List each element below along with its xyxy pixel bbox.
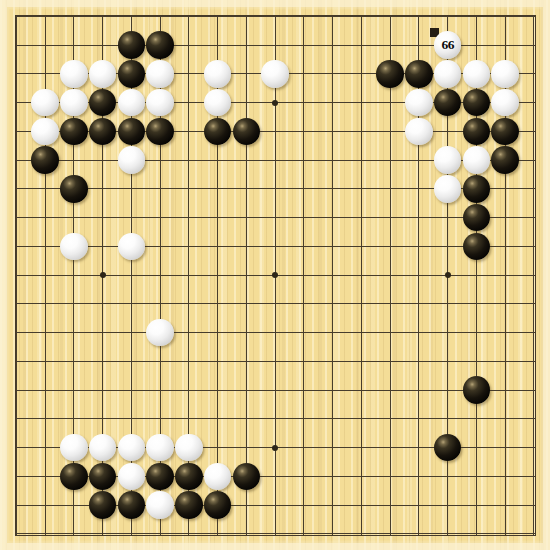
intersection[interactable] [347, 290, 376, 319]
intersection[interactable] [175, 491, 204, 520]
intersection[interactable] [60, 405, 89, 434]
intersection[interactable] [146, 433, 175, 462]
intersection[interactable] [31, 433, 60, 462]
intersection[interactable] [376, 347, 405, 376]
intersection[interactable] [347, 318, 376, 347]
intersection[interactable] [491, 520, 520, 549]
intersection[interactable] [433, 175, 462, 204]
intersection[interactable] [117, 232, 146, 261]
intersection[interactable] [175, 462, 204, 491]
intersection[interactable] [261, 290, 290, 319]
intersection[interactable] [520, 318, 549, 347]
intersection[interactable] [261, 175, 290, 204]
intersection[interactable] [491, 146, 520, 175]
intersection[interactable] [2, 203, 31, 232]
intersection[interactable] [203, 347, 232, 376]
intersection[interactable] [117, 146, 146, 175]
intersection[interactable] [405, 347, 434, 376]
intersection[interactable] [60, 462, 89, 491]
intersection[interactable] [261, 376, 290, 405]
intersection[interactable] [60, 31, 89, 60]
intersection[interactable] [88, 203, 117, 232]
intersection[interactable] [88, 261, 117, 290]
intersection[interactable] [520, 117, 549, 146]
intersection[interactable] [117, 261, 146, 290]
intersection[interactable] [88, 405, 117, 434]
intersection[interactable] [2, 232, 31, 261]
intersection[interactable] [290, 318, 319, 347]
intersection[interactable] [405, 2, 434, 31]
intersection[interactable] [462, 347, 491, 376]
intersection[interactable] [462, 88, 491, 117]
intersection[interactable] [146, 175, 175, 204]
intersection[interactable] [60, 318, 89, 347]
intersection[interactable] [2, 462, 31, 491]
intersection[interactable] [175, 347, 204, 376]
intersection[interactable] [232, 290, 261, 319]
intersection[interactable] [405, 491, 434, 520]
intersection[interactable] [203, 318, 232, 347]
intersection[interactable] [318, 290, 347, 319]
intersection[interactable] [117, 117, 146, 146]
intersection[interactable] [405, 290, 434, 319]
intersection[interactable] [462, 175, 491, 204]
intersection[interactable] [232, 405, 261, 434]
intersection[interactable] [203, 2, 232, 31]
intersection[interactable] [88, 2, 117, 31]
intersection[interactable] [491, 347, 520, 376]
intersection[interactable] [462, 405, 491, 434]
intersection[interactable] [2, 60, 31, 89]
intersection[interactable] [31, 88, 60, 117]
intersection[interactable] [146, 405, 175, 434]
intersection[interactable] [175, 433, 204, 462]
intersection[interactable] [232, 462, 261, 491]
intersection[interactable] [88, 232, 117, 261]
intersection[interactable] [520, 88, 549, 117]
intersection[interactable] [405, 60, 434, 89]
intersection[interactable] [405, 405, 434, 434]
intersection[interactable] [117, 376, 146, 405]
intersection[interactable] [520, 491, 549, 520]
intersection[interactable] [318, 405, 347, 434]
intersection[interactable] [405, 175, 434, 204]
intersection[interactable] [117, 433, 146, 462]
intersection[interactable] [261, 433, 290, 462]
intersection[interactable] [318, 146, 347, 175]
intersection[interactable] [347, 347, 376, 376]
intersection[interactable] [290, 232, 319, 261]
intersection[interactable] [88, 175, 117, 204]
intersection[interactable] [60, 232, 89, 261]
intersection[interactable] [491, 203, 520, 232]
intersection[interactable] [520, 261, 549, 290]
intersection[interactable] [462, 462, 491, 491]
intersection[interactable] [433, 462, 462, 491]
intersection[interactable] [290, 117, 319, 146]
intersection[interactable] [175, 290, 204, 319]
intersection[interactable] [462, 491, 491, 520]
intersection[interactable] [405, 146, 434, 175]
intersection[interactable] [462, 146, 491, 175]
intersection[interactable] [347, 117, 376, 146]
intersection[interactable] [31, 2, 60, 31]
intersection[interactable] [60, 347, 89, 376]
intersection[interactable] [88, 376, 117, 405]
intersection[interactable] [203, 88, 232, 117]
intersection[interactable] [520, 347, 549, 376]
intersection[interactable] [290, 491, 319, 520]
intersection[interactable] [491, 491, 520, 520]
intersection[interactable] [2, 2, 31, 31]
intersection[interactable] [405, 376, 434, 405]
intersection[interactable] [60, 290, 89, 319]
intersection[interactable] [433, 88, 462, 117]
intersection[interactable] [88, 117, 117, 146]
intersection[interactable] [2, 405, 31, 434]
intersection[interactable]: 66 [433, 31, 462, 60]
intersection[interactable] [88, 433, 117, 462]
intersection[interactable] [405, 31, 434, 60]
intersection[interactable] [88, 347, 117, 376]
intersection[interactable] [491, 60, 520, 89]
intersection[interactable] [261, 462, 290, 491]
intersection[interactable] [462, 318, 491, 347]
intersection[interactable] [318, 491, 347, 520]
intersection[interactable] [232, 146, 261, 175]
intersection[interactable] [175, 31, 204, 60]
intersection[interactable] [88, 318, 117, 347]
intersection[interactable] [290, 290, 319, 319]
intersection[interactable] [376, 405, 405, 434]
intersection[interactable] [347, 88, 376, 117]
intersection[interactable] [117, 2, 146, 31]
intersection[interactable] [347, 31, 376, 60]
intersection[interactable] [203, 290, 232, 319]
intersection[interactable] [376, 88, 405, 117]
intersection[interactable] [290, 203, 319, 232]
intersection[interactable] [462, 203, 491, 232]
intersection[interactable] [405, 261, 434, 290]
intersection[interactable] [520, 203, 549, 232]
intersection[interactable] [2, 261, 31, 290]
intersection[interactable] [290, 520, 319, 549]
intersection[interactable] [31, 318, 60, 347]
intersection[interactable] [290, 175, 319, 204]
intersection[interactable] [491, 462, 520, 491]
intersection[interactable] [347, 2, 376, 31]
intersection[interactable] [175, 88, 204, 117]
intersection[interactable] [261, 31, 290, 60]
intersection[interactable] [31, 232, 60, 261]
intersection[interactable] [232, 491, 261, 520]
intersection[interactable] [2, 520, 31, 549]
intersection[interactable] [520, 376, 549, 405]
intersection[interactable] [175, 60, 204, 89]
intersection[interactable] [175, 232, 204, 261]
intersection[interactable] [117, 88, 146, 117]
intersection[interactable] [290, 462, 319, 491]
intersection[interactable] [2, 175, 31, 204]
intersection[interactable] [232, 175, 261, 204]
intersection[interactable] [462, 2, 491, 31]
intersection[interactable] [433, 433, 462, 462]
intersection[interactable] [203, 117, 232, 146]
intersection[interactable] [261, 347, 290, 376]
intersection[interactable] [433, 290, 462, 319]
intersection[interactable] [2, 433, 31, 462]
intersection[interactable] [376, 2, 405, 31]
intersection[interactable] [520, 520, 549, 549]
intersection[interactable] [31, 117, 60, 146]
intersection[interactable] [2, 88, 31, 117]
intersection[interactable] [347, 491, 376, 520]
intersection[interactable] [232, 117, 261, 146]
intersection[interactable] [433, 376, 462, 405]
intersection[interactable] [347, 175, 376, 204]
intersection[interactable] [491, 318, 520, 347]
intersection[interactable] [520, 290, 549, 319]
intersection[interactable] [491, 2, 520, 31]
intersection[interactable] [405, 433, 434, 462]
intersection[interactable] [261, 318, 290, 347]
intersection[interactable] [261, 261, 290, 290]
intersection[interactable] [318, 203, 347, 232]
intersection[interactable] [232, 60, 261, 89]
intersection[interactable] [31, 405, 60, 434]
intersection[interactable] [60, 520, 89, 549]
intersection[interactable] [232, 2, 261, 31]
intersection[interactable] [31, 290, 60, 319]
intersection[interactable] [520, 462, 549, 491]
intersection[interactable] [347, 405, 376, 434]
intersection[interactable] [60, 117, 89, 146]
intersection[interactable] [31, 491, 60, 520]
intersection[interactable] [232, 520, 261, 549]
intersection[interactable] [376, 462, 405, 491]
intersection[interactable] [2, 491, 31, 520]
intersection[interactable] [318, 462, 347, 491]
intersection[interactable] [88, 146, 117, 175]
intersection[interactable] [2, 146, 31, 175]
intersection[interactable] [405, 318, 434, 347]
intersection[interactable] [146, 232, 175, 261]
intersection[interactable] [290, 433, 319, 462]
intersection[interactable] [60, 261, 89, 290]
intersection[interactable] [376, 261, 405, 290]
intersection[interactable] [433, 520, 462, 549]
intersection[interactable] [318, 232, 347, 261]
intersection[interactable] [376, 491, 405, 520]
intersection[interactable] [146, 491, 175, 520]
intersection[interactable] [376, 232, 405, 261]
intersection[interactable] [347, 203, 376, 232]
intersection[interactable] [31, 60, 60, 89]
intersection[interactable] [376, 31, 405, 60]
intersection[interactable] [31, 462, 60, 491]
intersection[interactable] [318, 117, 347, 146]
intersection[interactable] [203, 60, 232, 89]
intersection[interactable] [290, 2, 319, 31]
intersection[interactable] [60, 175, 89, 204]
intersection[interactable] [117, 318, 146, 347]
intersection[interactable] [520, 232, 549, 261]
intersection[interactable] [232, 376, 261, 405]
intersection[interactable] [117, 462, 146, 491]
intersection[interactable] [433, 318, 462, 347]
intersection[interactable] [203, 261, 232, 290]
intersection[interactable] [175, 318, 204, 347]
intersection[interactable] [146, 2, 175, 31]
intersection[interactable] [175, 117, 204, 146]
intersection[interactable] [31, 175, 60, 204]
intersection[interactable] [261, 146, 290, 175]
intersection[interactable] [60, 60, 89, 89]
intersection[interactable] [88, 60, 117, 89]
intersection[interactable] [232, 31, 261, 60]
intersection[interactable] [146, 347, 175, 376]
intersection[interactable] [261, 232, 290, 261]
intersection[interactable] [203, 31, 232, 60]
intersection[interactable] [146, 376, 175, 405]
intersection[interactable] [261, 491, 290, 520]
intersection[interactable] [491, 433, 520, 462]
intersection[interactable] [261, 203, 290, 232]
intersection[interactable] [117, 175, 146, 204]
intersection[interactable] [290, 60, 319, 89]
intersection[interactable] [290, 31, 319, 60]
intersection[interactable] [60, 2, 89, 31]
intersection[interactable] [175, 2, 204, 31]
intersection[interactable] [405, 203, 434, 232]
intersection[interactable] [290, 146, 319, 175]
intersection[interactable] [203, 405, 232, 434]
intersection[interactable] [290, 347, 319, 376]
intersection[interactable] [261, 2, 290, 31]
intersection[interactable] [491, 405, 520, 434]
intersection[interactable] [2, 318, 31, 347]
intersection[interactable] [88, 290, 117, 319]
intersection[interactable] [520, 405, 549, 434]
intersection[interactable] [203, 462, 232, 491]
intersection[interactable] [433, 60, 462, 89]
intersection[interactable] [117, 347, 146, 376]
intersection[interactable] [203, 232, 232, 261]
intersection[interactable] [290, 261, 319, 290]
intersection[interactable] [146, 117, 175, 146]
intersection[interactable] [117, 491, 146, 520]
intersection[interactable] [433, 203, 462, 232]
intersection[interactable] [31, 520, 60, 549]
intersection[interactable] [347, 261, 376, 290]
intersection[interactable] [175, 520, 204, 549]
intersection[interactable] [2, 31, 31, 60]
intersection[interactable] [232, 261, 261, 290]
intersection[interactable] [462, 433, 491, 462]
intersection[interactable] [31, 203, 60, 232]
intersection[interactable] [88, 31, 117, 60]
intersection[interactable] [60, 146, 89, 175]
intersection[interactable] [203, 146, 232, 175]
intersection[interactable] [347, 232, 376, 261]
intersection[interactable] [318, 433, 347, 462]
intersection[interactable] [318, 2, 347, 31]
intersection[interactable] [232, 232, 261, 261]
intersection[interactable] [318, 175, 347, 204]
intersection[interactable] [31, 347, 60, 376]
intersection[interactable] [520, 60, 549, 89]
intersection[interactable] [146, 60, 175, 89]
intersection[interactable] [146, 203, 175, 232]
intersection[interactable] [491, 88, 520, 117]
intersection[interactable] [175, 203, 204, 232]
intersection[interactable] [520, 175, 549, 204]
intersection[interactable] [462, 290, 491, 319]
intersection[interactable] [60, 88, 89, 117]
intersection[interactable] [462, 31, 491, 60]
intersection[interactable] [491, 290, 520, 319]
intersection[interactable] [175, 405, 204, 434]
intersection[interactable] [203, 433, 232, 462]
intersection[interactable] [232, 318, 261, 347]
intersection[interactable] [462, 261, 491, 290]
intersection[interactable] [232, 88, 261, 117]
intersection[interactable] [433, 117, 462, 146]
intersection[interactable] [433, 491, 462, 520]
intersection[interactable] [520, 2, 549, 31]
intersection[interactable] [376, 290, 405, 319]
intersection[interactable] [146, 290, 175, 319]
intersection[interactable] [261, 88, 290, 117]
intersection[interactable] [2, 117, 31, 146]
intersection[interactable] [405, 462, 434, 491]
intersection[interactable] [520, 31, 549, 60]
intersection[interactable] [376, 117, 405, 146]
intersection[interactable] [2, 290, 31, 319]
intersection[interactable] [146, 520, 175, 549]
intersection[interactable] [232, 347, 261, 376]
intersection[interactable] [462, 376, 491, 405]
intersection[interactable] [60, 203, 89, 232]
intersection[interactable] [405, 232, 434, 261]
intersection[interactable] [146, 146, 175, 175]
intersection[interactable] [117, 520, 146, 549]
intersection[interactable] [31, 146, 60, 175]
intersection[interactable] [117, 203, 146, 232]
intersection[interactable] [462, 232, 491, 261]
intersection[interactable] [117, 31, 146, 60]
intersection[interactable] [88, 88, 117, 117]
intersection[interactable] [261, 60, 290, 89]
intersection[interactable] [146, 261, 175, 290]
intersection[interactable] [146, 318, 175, 347]
intersection[interactable] [203, 175, 232, 204]
intersection[interactable] [376, 318, 405, 347]
intersection[interactable] [203, 203, 232, 232]
intersection[interactable] [405, 88, 434, 117]
intersection[interactable] [347, 433, 376, 462]
intersection[interactable] [60, 433, 89, 462]
intersection[interactable] [376, 203, 405, 232]
intersection[interactable] [462, 60, 491, 89]
intersection[interactable] [31, 376, 60, 405]
intersection[interactable] [491, 261, 520, 290]
intersection[interactable] [405, 520, 434, 549]
intersection[interactable] [146, 88, 175, 117]
intersection[interactable] [491, 232, 520, 261]
intersection[interactable] [318, 31, 347, 60]
intersection[interactable] [117, 60, 146, 89]
